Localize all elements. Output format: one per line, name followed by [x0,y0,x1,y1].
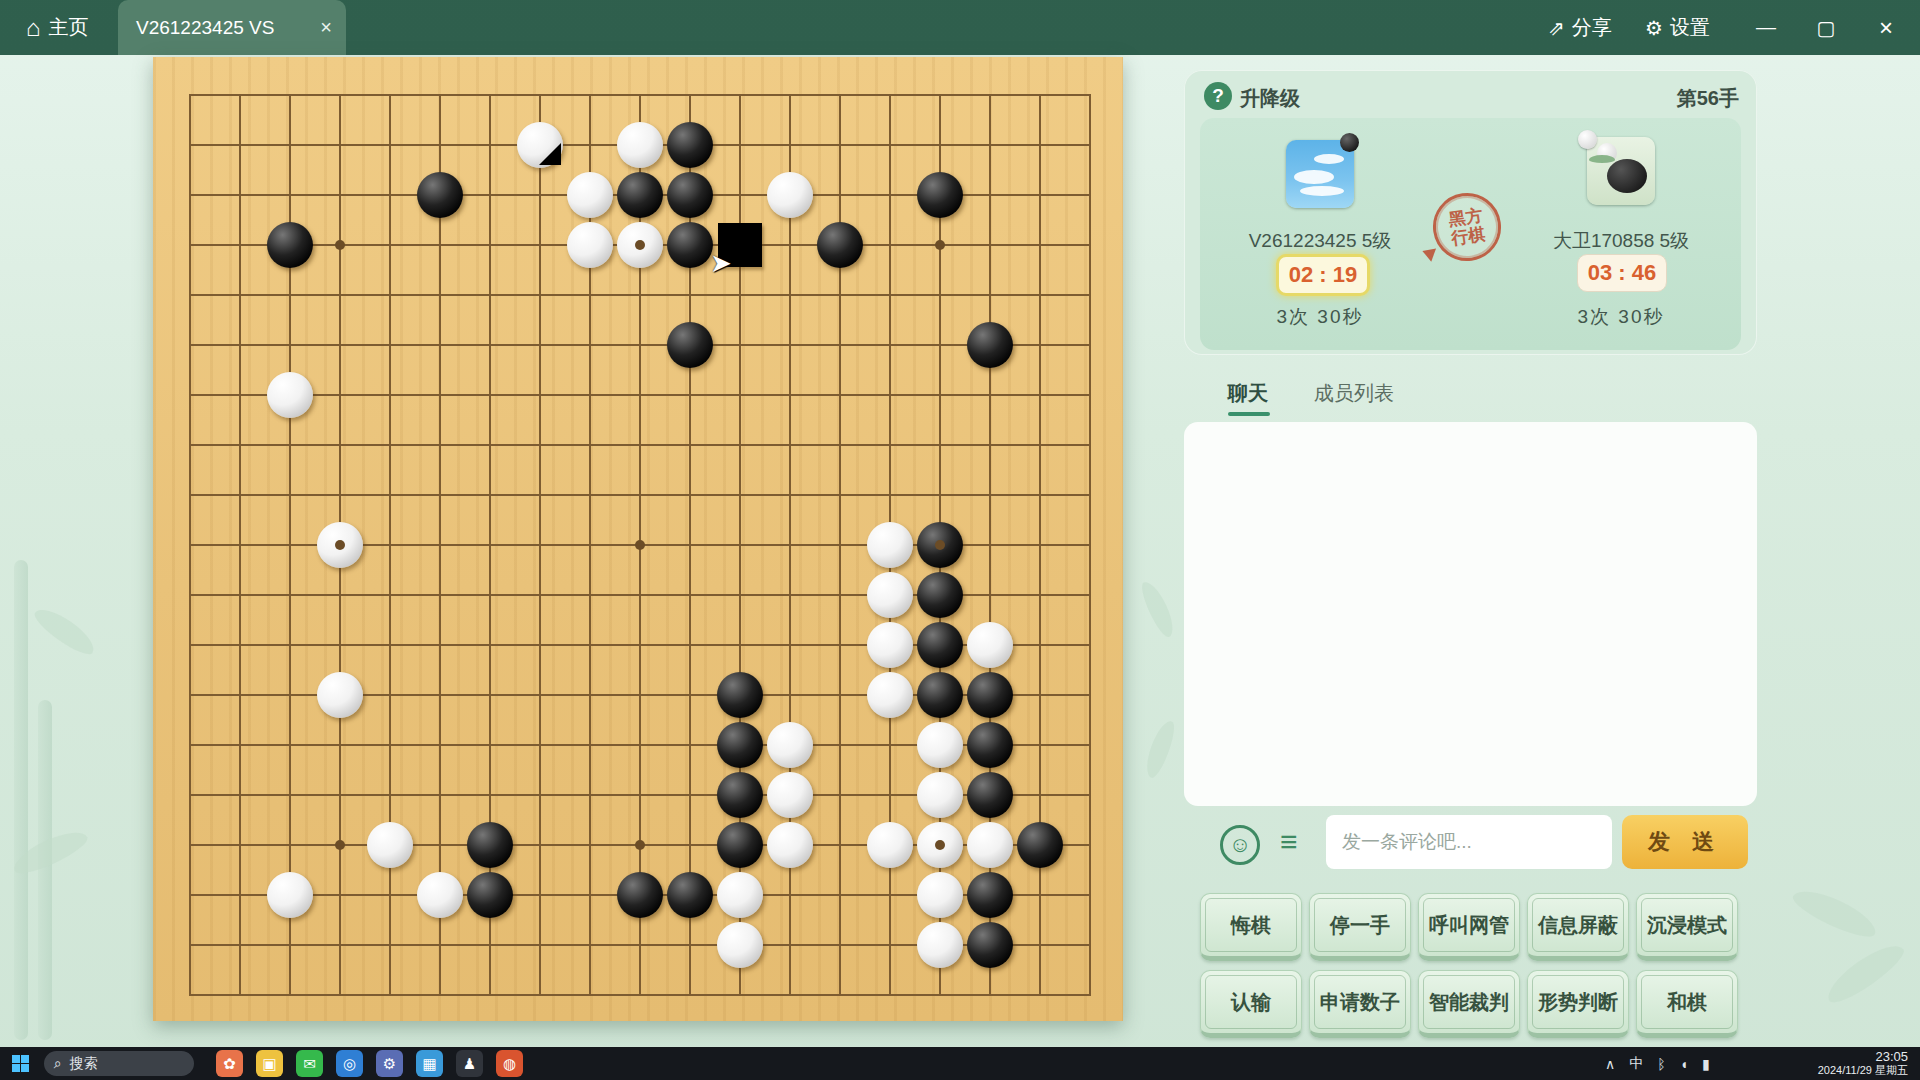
clock-date: 2024/11/29 星期五 [1790,1064,1908,1077]
players-card: V261223425 5级 02 : 19 3次 30秒 黑方行棋 大卫1708… [1200,118,1741,350]
avatar-art [1294,170,1334,184]
white-player-timer: 03 : 46 [1577,254,1667,292]
white-stone [867,822,913,868]
black-player-timer: 02 : 19 [1276,254,1370,296]
white-stone [917,922,963,968]
bamboo-leaf [1789,882,1882,944]
black-stone [817,222,863,268]
help-icon[interactable]: ? [1204,82,1232,110]
white-player-avatar[interactable] [1587,137,1655,205]
white-stone [267,372,313,418]
gear-icon: ⚙ [1645,16,1663,40]
white-stone [567,222,613,268]
white-stone [717,872,763,918]
title-bar: ⌂ 主页 V261223425 VS × ⇗ 分享 ⚙ 设置 — ▢ × [0,0,1920,55]
black-stone [717,772,763,818]
black-player-byoyomi: 3次 30秒 [1200,304,1440,330]
app-wechat-icon[interactable]: ✉ [296,1050,323,1077]
white-stone [617,122,663,168]
white-stone [767,772,813,818]
action-button-停一手[interactable]: 停一手 [1309,893,1411,961]
action-button-沉浸模式[interactable]: 沉浸模式 [1636,893,1738,961]
bamboo-leaf [30,602,100,660]
search-label: 搜索 [70,1055,98,1073]
bamboo-leaf [1137,578,1179,640]
windows-start-button[interactable] [12,1055,29,1072]
white-stone [867,622,913,668]
white-stone [567,172,613,218]
star-point [335,840,345,850]
black-stone [267,222,313,268]
black-stone [1017,822,1063,868]
share-button[interactable]: ⇗ 分享 [1548,0,1612,55]
black-stone [417,172,463,218]
search-icon: ⌕ [54,1055,62,1072]
bamboo-stalk [14,560,28,1040]
tray-icon[interactable]: ᛒ [1657,1056,1665,1072]
home-icon: ⌂ [26,16,41,40]
black-stone [617,872,663,918]
black-stone [967,722,1013,768]
chat-placeholder: 发一条评论吧... [1342,829,1472,855]
send-button[interactable]: 发 送 [1622,815,1748,869]
app-folder-icon[interactable]: ▣ [256,1050,283,1077]
black-stone [467,872,513,918]
app-settings-icon[interactable]: ⚙ [376,1050,403,1077]
taskbar-clock[interactable]: 23:05 2024/11/29 星期五 [1790,1050,1908,1077]
last-move-marker [539,143,561,165]
app-edge-icon[interactable]: ◎ [336,1050,363,1077]
black-stone [467,822,513,868]
avatar-art [1607,159,1647,193]
home-button[interactable]: ⌂ 主页 [14,0,101,55]
black-stone [917,172,963,218]
star-point [635,240,645,250]
tray-icon[interactable]: ▮ [1702,1056,1710,1072]
white-stone [967,622,1013,668]
black-stone [967,322,1013,368]
black-stone [917,672,963,718]
bamboo-stalk [38,700,52,1040]
tray-icon[interactable]: ∧ [1605,1056,1615,1072]
white-stone [917,772,963,818]
star-point [335,240,345,250]
active-tab-underline [1228,412,1270,416]
app-browser-icon[interactable]: ◍ [496,1050,523,1077]
app-qq-icon[interactable]: ♟ [456,1050,483,1077]
clock-time: 23:05 [1790,1050,1908,1064]
turn-stamp: 黑方行棋 [1429,189,1506,266]
taskbar-search[interactable]: ⌕ 搜索 [44,1051,194,1076]
white-stone [517,122,563,168]
close-button[interactable]: × [1860,0,1912,55]
bamboo-leaf [1141,718,1178,781]
share-label: 分享 [1572,14,1612,41]
white-stone [367,822,413,868]
star-point [935,840,945,850]
black-player-name: V261223425 5级 [1200,228,1440,254]
white-stone [417,872,463,918]
black-stone [967,922,1013,968]
chat-message-area[interactable] [1184,422,1757,806]
share-icon: ⇗ [1548,16,1565,40]
avatar-art [1300,186,1344,196]
action-button-悔棋[interactable]: 悔棋 [1200,893,1302,961]
game-tab[interactable]: V261223425 VS × [118,0,346,55]
white-player-name: 大卫170858 5级 [1501,228,1741,254]
white-stone [867,572,913,618]
bamboo-leaf [1821,937,1910,1010]
avatar-art [1589,155,1615,163]
tray-icons[interactable]: ∧中ᛒ◖▮ [1598,1047,1717,1080]
action-button-认输[interactable]: 认输 [1200,970,1302,1038]
app-window: ⌂ 主页 V261223425 VS × ⇗ 分享 ⚙ 设置 — ▢ × ➤ ?… [0,0,1920,1080]
black-stone [667,222,713,268]
white-stone [867,672,913,718]
white-stone [767,822,813,868]
black-stone [667,122,713,168]
move-number-label: 第56手 [1589,85,1739,112]
info-card: ? 升降级 第56手 V261223425 5级 02 : 19 3次 30秒 … [1184,70,1757,355]
black-stone [917,572,963,618]
black-stone-badge [1340,133,1359,152]
black-stone [717,822,763,868]
black-stone [667,322,713,368]
app-mascot-icon[interactable]: ✿ [216,1050,243,1077]
tab-member-list[interactable]: 成员列表 [1314,380,1394,407]
home-label: 主页 [49,14,89,41]
star-point [635,840,645,850]
quick-phrases-icon[interactable]: ≡ [1280,825,1298,859]
tray-icon[interactable]: ◖ [1680,1056,1688,1072]
maximize-button[interactable]: ▢ [1800,0,1852,55]
black-stone [717,722,763,768]
action-button-呼叫网管[interactable]: 呼叫网管 [1418,893,1520,961]
white-stone [267,872,313,918]
action-button-形势判断[interactable]: 形势判断 [1527,970,1629,1038]
star-point [935,540,945,550]
black-stone [617,172,663,218]
action-button-申请数子[interactable]: 申请数子 [1309,970,1411,1038]
emoji-icon[interactable]: ☺ [1220,825,1260,865]
mouse-cursor: ➤ [710,248,732,278]
game-tab-label: V261223425 VS [136,17,274,39]
taskbar: ⌕ 搜索 ✿▣✉◎⚙▦♟◍ ∧中ᛒ◖▮ 23:05 2024/11/29 星期五 [0,1047,1920,1080]
action-button-和棋[interactable]: 和棋 [1636,970,1738,1038]
black-stone [667,172,713,218]
settings-button[interactable]: ⚙ 设置 [1645,0,1710,55]
tray-icon[interactable]: 中 [1629,1055,1643,1073]
minimize-button[interactable]: — [1740,0,1792,55]
game-mode-label: 升降级 [1240,85,1300,112]
white-stone [717,922,763,968]
app-store-icon[interactable]: ▦ [416,1050,443,1077]
action-button-信息屏蔽[interactable]: 信息屏蔽 [1527,893,1629,961]
star-point [935,240,945,250]
black-stone [667,872,713,918]
white-stone [917,722,963,768]
white-stone [767,172,813,218]
star-point [335,540,345,550]
go-board[interactable] [153,57,1123,1021]
action-button-智能裁判[interactable]: 智能裁判 [1418,970,1520,1038]
avatar-art [1314,154,1344,164]
black-stone [967,872,1013,918]
white-player-byoyomi: 3次 30秒 [1501,304,1741,330]
black-stone [967,672,1013,718]
star-point [635,540,645,550]
white-stone [317,672,363,718]
white-stone [867,522,913,568]
tab-chat[interactable]: 聊天 [1228,380,1268,407]
white-stone [967,822,1013,868]
tab-close-icon[interactable]: × [320,16,332,39]
black-stone [967,772,1013,818]
white-stone [767,722,813,768]
game-info-panel: ? 升降级 第56手 V261223425 5级 02 : 19 3次 30秒 … [1184,70,1757,1034]
white-stone [917,872,963,918]
black-stone [917,622,963,668]
white-stone-badge [1578,130,1597,149]
black-stone [717,672,763,718]
chat-input[interactable]: 发一条评论吧... [1326,815,1612,869]
settings-label: 设置 [1670,14,1710,41]
